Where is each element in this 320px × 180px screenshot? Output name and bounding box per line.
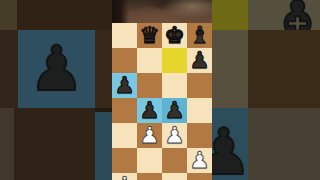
chess-board: ♛♚♝♟♟♟♟♟♟♟♟ xyxy=(112,23,212,180)
square-r4c1 xyxy=(112,98,137,123)
black-pawn: ♟ xyxy=(164,99,185,122)
bg-left-bottom-brown xyxy=(14,108,95,180)
white-pawn: ♟ xyxy=(189,149,210,172)
square-r5c2: ♟ xyxy=(137,123,162,148)
square-r6c3 xyxy=(162,148,187,173)
square-r6c2 xyxy=(137,148,162,173)
square-r4c2: ♟ xyxy=(137,98,162,123)
background-black-bishop-icon: ♝ xyxy=(260,0,320,30)
black-pawn: ♟ xyxy=(139,99,160,122)
square-r5c1 xyxy=(112,123,137,148)
square-r7c3 xyxy=(162,173,187,180)
bg-right-mid-tan xyxy=(212,30,248,108)
white-pawn: ♟ xyxy=(164,124,185,147)
black-bishop: ♝ xyxy=(189,24,210,47)
square-r4c4 xyxy=(187,98,212,123)
video-frame: ♟ ♝ ♟ ♛♚♝♟♟♟♟♟♟♟♟ xyxy=(0,0,320,180)
square-r6c1 xyxy=(112,148,137,173)
background-black-pawn-bottom-icon: ♟ xyxy=(212,120,248,180)
square-r1c1 xyxy=(112,23,137,48)
white-pawn: ♟ xyxy=(114,174,135,180)
black-pawn: ♟ xyxy=(114,74,135,97)
background-black-pawn-icon: ♟ xyxy=(29,38,85,100)
square-r7c4 xyxy=(187,173,212,180)
video-strip: ♛♚♝♟♟♟♟♟♟♟♟ xyxy=(112,0,212,180)
bg-right-tan-square: ♝ xyxy=(248,0,320,30)
black-queen: ♛ xyxy=(139,24,160,47)
square-r2c4: ♟ xyxy=(187,48,212,73)
square-r7c2 xyxy=(137,173,162,180)
square-r3c2 xyxy=(137,73,162,98)
bg-left-olive-corner xyxy=(0,0,17,30)
black-pawn: ♟ xyxy=(189,49,210,72)
square-r1c4: ♝ xyxy=(187,23,212,48)
square-r2c2 xyxy=(137,48,162,73)
square-r1c2: ♛ xyxy=(137,23,162,48)
square-r2c1 xyxy=(112,48,137,73)
square-r2c3 xyxy=(162,48,187,73)
bg-right-brown-square xyxy=(248,30,320,108)
bg-left-top-band xyxy=(17,0,112,30)
bg-right-gray-brown xyxy=(248,108,320,180)
white-pawn: ♟ xyxy=(139,124,160,147)
square-r3c4 xyxy=(187,73,212,98)
bg-left-teal-square: ♟ xyxy=(18,30,95,108)
black-king: ♚ xyxy=(164,24,185,47)
square-r7c1: ♟ xyxy=(112,173,137,180)
square-r5c4 xyxy=(187,123,212,148)
square-r1c3: ♚ xyxy=(162,23,187,48)
square-r3c1: ♟ xyxy=(112,73,137,98)
bg-left-mid-left-brown xyxy=(0,30,18,108)
square-r4c3: ♟ xyxy=(162,98,187,123)
bg-left-bottom-teal-sliver xyxy=(95,112,112,180)
square-r6c4: ♟ xyxy=(187,148,212,173)
bg-left-mid-right-brown xyxy=(95,30,112,108)
bg-left-bottom-olive-column xyxy=(0,108,14,180)
square-r5c3: ♟ xyxy=(162,123,187,148)
bg-right-teal-square: ♟ xyxy=(212,108,248,180)
bg-right-olive-yellow-square xyxy=(212,0,248,30)
square-r3c3 xyxy=(162,73,187,98)
player-photo xyxy=(112,0,212,23)
